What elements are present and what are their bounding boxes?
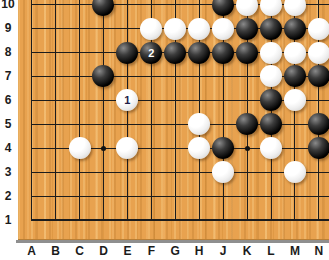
stone-white-J9[interactable] (212, 18, 234, 40)
col-label-G: G (165, 245, 185, 258)
stone-white-F9[interactable] (140, 18, 162, 40)
stone-white-L8[interactable] (260, 42, 282, 64)
col-label-M: M (285, 245, 305, 258)
stone-white-C4[interactable] (69, 137, 91, 159)
row-label-2: 2 (0, 190, 18, 203)
stone-black-M9[interactable] (284, 18, 306, 40)
col-label-B: B (46, 245, 66, 258)
stone-black-H8[interactable] (188, 42, 210, 64)
col-label-N: N (309, 245, 329, 258)
row-label-10: 10 (0, 0, 18, 11)
col-label-A: A (22, 245, 42, 258)
board-shadow (16, 240, 329, 243)
row-label-6: 6 (0, 94, 18, 107)
row-label-8: 8 (0, 46, 18, 59)
col-label-D: D (93, 245, 113, 258)
col-label-L: L (261, 245, 281, 258)
row-label-5: 5 (0, 118, 18, 131)
stone-black-K8[interactable] (236, 42, 258, 64)
stone-black-N5[interactable] (308, 113, 329, 135)
grid-line-v-A (31, 0, 32, 221)
col-label-K: K (237, 245, 257, 258)
star-point-K4 (245, 146, 250, 151)
stone-black-L9[interactable] (260, 18, 282, 40)
row-label-4: 4 (0, 142, 18, 155)
row-label-1: 1 (0, 214, 18, 227)
stone-black-E8[interactable] (116, 42, 138, 64)
stone-white-H9[interactable] (188, 18, 210, 40)
grid-line-h-1 (31, 219, 329, 221)
stone-black-F8-move-2[interactable]: 2 (140, 42, 162, 64)
star-point-D4 (101, 146, 106, 151)
grid-line-h-2 (31, 196, 329, 197)
grid-line-h-5 (31, 124, 329, 125)
stone-black-N4[interactable] (308, 137, 329, 159)
stone-white-G9[interactable] (164, 18, 186, 40)
stone-white-N8[interactable] (308, 42, 329, 64)
stone-black-J8[interactable] (212, 42, 234, 64)
col-label-E: E (117, 245, 137, 258)
stone-white-M3[interactable] (284, 161, 306, 183)
stone-black-G8[interactable] (164, 42, 186, 64)
stone-black-K9[interactable] (236, 18, 258, 40)
row-label-7: 7 (0, 70, 18, 83)
col-label-C: C (70, 245, 90, 258)
grid-line-v-D (103, 0, 104, 221)
stone-black-N7[interactable] (308, 65, 329, 87)
stone-white-N9[interactable] (308, 18, 329, 40)
go-diagram: 2110987654321ABCDEFGHJKLMN (0, 0, 329, 260)
col-label-J: J (213, 245, 233, 258)
grid-line-v-B (55, 0, 56, 221)
stone-white-M8[interactable] (284, 42, 306, 64)
col-label-F: F (141, 245, 161, 258)
row-label-9: 9 (0, 22, 18, 35)
row-label-3: 3 (0, 166, 18, 179)
grid-line-v-C (79, 0, 80, 221)
col-label-H: H (189, 245, 209, 258)
